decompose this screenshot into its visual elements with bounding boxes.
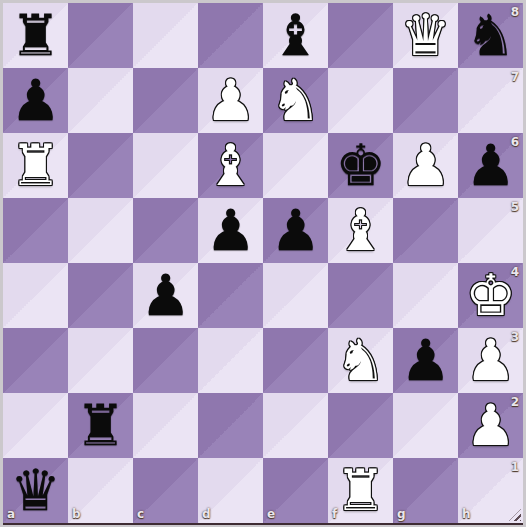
black-rook-piece[interactable]: ♜	[10, 3, 61, 68]
square-g3[interactable]: ♟	[393, 328, 458, 393]
square-b2[interactable]: ♜	[68, 393, 133, 458]
rank-label-5: 5	[511, 201, 519, 213]
square-g8[interactable]: ♛	[393, 3, 458, 68]
square-h8[interactable]: ♞8	[458, 3, 523, 68]
white-pawn-piece[interactable]: ♟	[465, 328, 516, 393]
black-pawn-piece[interactable]: ♟	[205, 198, 256, 263]
square-d4[interactable]	[198, 263, 263, 328]
file-label-b: b	[72, 508, 81, 520]
white-pawn-piece[interactable]: ♟	[400, 133, 451, 198]
square-b8[interactable]	[68, 3, 133, 68]
rank-label-4: 4	[511, 266, 519, 278]
square-c2[interactable]	[133, 393, 198, 458]
square-c8[interactable]	[133, 3, 198, 68]
square-e2[interactable]	[263, 393, 328, 458]
rank-label-2: 2	[511, 396, 519, 408]
square-d7[interactable]: ♟	[198, 68, 263, 133]
black-pawn-piece[interactable]: ♟	[270, 198, 321, 263]
white-bishop-piece[interactable]: ♝	[205, 133, 256, 198]
square-a1[interactable]: ♛a	[3, 458, 68, 523]
white-bishop-piece[interactable]: ♝	[335, 198, 386, 263]
square-c6[interactable]	[133, 133, 198, 198]
square-d8[interactable]	[198, 3, 263, 68]
square-e8[interactable]: ♝	[263, 3, 328, 68]
square-h6[interactable]: ♟6	[458, 133, 523, 198]
square-b7[interactable]	[68, 68, 133, 133]
file-label-c: c	[137, 508, 144, 520]
square-a3[interactable]	[3, 328, 68, 393]
black-queen-piece[interactable]: ♛	[10, 458, 61, 523]
square-d1[interactable]: d	[198, 458, 263, 523]
file-label-d: d	[202, 508, 211, 520]
white-queen-piece[interactable]: ♛	[400, 3, 451, 68]
square-b6[interactable]	[68, 133, 133, 198]
white-rook-piece[interactable]: ♜	[335, 458, 386, 523]
square-h2[interactable]: ♟2	[458, 393, 523, 458]
square-e6[interactable]	[263, 133, 328, 198]
square-e3[interactable]	[263, 328, 328, 393]
file-label-h: h	[462, 508, 471, 520]
black-pawn-piece[interactable]: ♟	[465, 133, 516, 198]
square-h3[interactable]: ♟3	[458, 328, 523, 393]
white-pawn-piece[interactable]: ♟	[205, 68, 256, 133]
square-g6[interactable]: ♟	[393, 133, 458, 198]
square-f2[interactable]	[328, 393, 393, 458]
square-a4[interactable]	[3, 263, 68, 328]
white-knight-piece[interactable]: ♞	[270, 68, 321, 133]
square-c1[interactable]: c	[133, 458, 198, 523]
square-c4[interactable]: ♟	[133, 263, 198, 328]
square-a6[interactable]: ♜	[3, 133, 68, 198]
square-a2[interactable]	[3, 393, 68, 458]
square-h4[interactable]: ♚4	[458, 263, 523, 328]
file-label-e: e	[267, 508, 275, 520]
square-f8[interactable]	[328, 3, 393, 68]
white-knight-piece[interactable]: ♞	[335, 328, 386, 393]
file-label-g: g	[397, 508, 406, 520]
black-rook-piece[interactable]: ♜	[75, 393, 126, 458]
square-a7[interactable]: ♟	[3, 68, 68, 133]
white-rook-piece[interactable]: ♜	[10, 133, 61, 198]
rank-label-6: 6	[511, 136, 519, 148]
square-e1[interactable]: e	[263, 458, 328, 523]
square-f5[interactable]: ♝	[328, 198, 393, 263]
square-a5[interactable]	[3, 198, 68, 263]
rank-label-3: 3	[511, 331, 519, 343]
rank-label-8: 8	[511, 6, 519, 18]
rank-label-1: 1	[511, 461, 519, 473]
square-c7[interactable]	[133, 68, 198, 133]
square-a8[interactable]: ♜	[3, 3, 68, 68]
black-pawn-piece[interactable]: ♟	[10, 68, 61, 133]
square-c3[interactable]	[133, 328, 198, 393]
square-g7[interactable]	[393, 68, 458, 133]
square-e7[interactable]: ♞	[263, 68, 328, 133]
square-c5[interactable]	[133, 198, 198, 263]
square-b5[interactable]	[68, 198, 133, 263]
square-g2[interactable]	[393, 393, 458, 458]
square-e5[interactable]: ♟	[263, 198, 328, 263]
square-h1[interactable]: 1h	[458, 458, 523, 523]
file-label-f: f	[332, 508, 337, 520]
square-b3[interactable]	[68, 328, 133, 393]
square-g5[interactable]	[393, 198, 458, 263]
square-d6[interactable]: ♝	[198, 133, 263, 198]
file-label-a: a	[7, 508, 15, 520]
black-pawn-piece[interactable]: ♟	[140, 263, 191, 328]
chess-board: ♜♝♛♞8♟♟♞7♜♝♚♟♟6♟♟♝5♟♚4♞♟♟3♜♟2♛abcde♜fg1h	[3, 3, 523, 525]
square-d5[interactable]: ♟	[198, 198, 263, 263]
black-knight-piece[interactable]: ♞	[465, 3, 516, 68]
black-bishop-piece[interactable]: ♝	[270, 3, 321, 68]
resize-handle-icon[interactable]	[509, 509, 521, 521]
board-frame: ♜♝♛♞8♟♟♞7♜♝♚♟♟6♟♟♝5♟♚4♞♟♟3♜♟2♛abcde♜fg1h	[0, 0, 526, 527]
square-h7[interactable]: 7	[458, 68, 523, 133]
black-pawn-piece[interactable]: ♟	[400, 328, 451, 393]
square-f3[interactable]: ♞	[328, 328, 393, 393]
square-d2[interactable]	[198, 393, 263, 458]
square-b1[interactable]: b	[68, 458, 133, 523]
square-h5[interactable]: 5	[458, 198, 523, 263]
white-king-piece[interactable]: ♚	[465, 263, 516, 328]
square-e4[interactable]	[263, 263, 328, 328]
square-g4[interactable]	[393, 263, 458, 328]
square-f6[interactable]: ♚	[328, 133, 393, 198]
square-f7[interactable]	[328, 68, 393, 133]
square-f1[interactable]: ♜f	[328, 458, 393, 523]
white-pawn-piece[interactable]: ♟	[465, 393, 516, 458]
square-f4[interactable]	[328, 263, 393, 328]
square-b4[interactable]	[68, 263, 133, 328]
black-king-piece[interactable]: ♚	[335, 133, 386, 198]
square-d3[interactable]	[198, 328, 263, 393]
square-g1[interactable]: g	[393, 458, 458, 523]
rank-label-7: 7	[511, 71, 519, 83]
